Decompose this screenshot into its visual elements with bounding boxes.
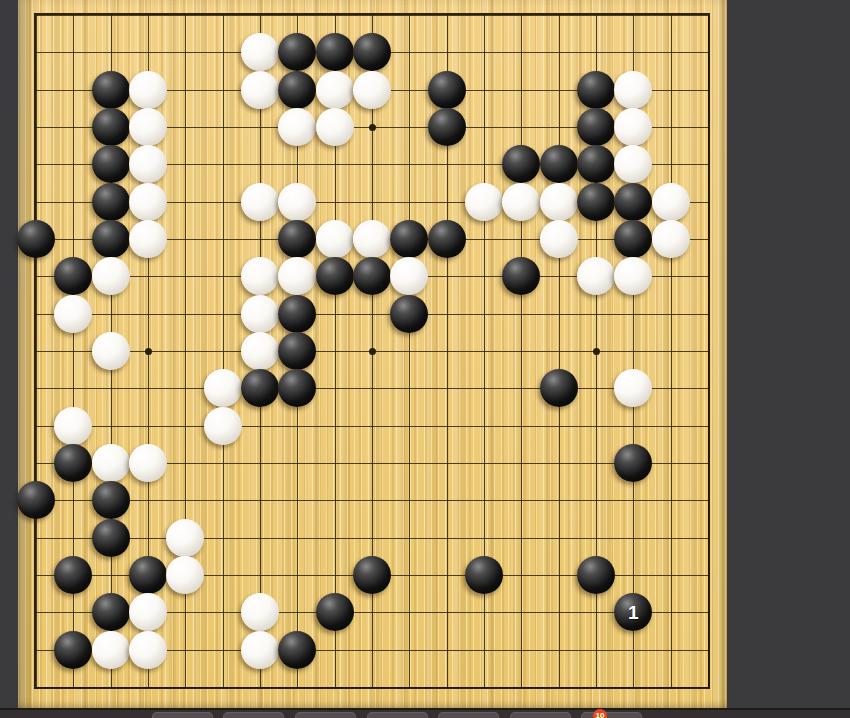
white-stone: [652, 183, 690, 221]
black-stone: [390, 295, 428, 333]
toolbar-button[interactable]: [367, 712, 428, 718]
black-stone: [278, 295, 316, 333]
white-stone: [54, 295, 92, 333]
black-stone: [540, 369, 578, 407]
black-stone: [428, 108, 466, 146]
white-stone: [241, 71, 279, 109]
black-stone: [577, 108, 615, 146]
black-stone: [428, 220, 466, 258]
white-stone: [129, 631, 167, 669]
white-stone: [241, 631, 279, 669]
star-point: [593, 348, 600, 355]
white-stone: [204, 407, 242, 445]
star-point: [369, 124, 376, 131]
black-stone: [92, 220, 130, 258]
white-stone: [92, 257, 130, 295]
star-point: [369, 348, 376, 355]
white-stone: [129, 220, 167, 258]
black-stone: [577, 71, 615, 109]
white-stone: [129, 71, 167, 109]
black-stone: [465, 556, 503, 594]
black-stone: [316, 33, 354, 71]
white-stone: [540, 220, 578, 258]
white-stone: [54, 407, 92, 445]
white-stone: [129, 444, 167, 482]
white-stone: [92, 631, 130, 669]
toolbar-button[interactable]: [438, 712, 499, 718]
black-stone: [17, 220, 55, 258]
notification-badge: 10: [593, 709, 607, 718]
black-stone: [428, 71, 466, 109]
white-stone: [316, 71, 354, 109]
black-stone: [316, 593, 354, 631]
white-stone: [92, 332, 130, 370]
black-stone: [92, 183, 130, 221]
white-stone: [353, 71, 391, 109]
star-point: [145, 348, 152, 355]
go-board[interactable]: 1: [18, 0, 727, 708]
black-stone: [577, 183, 615, 221]
black-stone: [54, 631, 92, 669]
black-stone: [614, 183, 652, 221]
white-stone: [129, 183, 167, 221]
black-stone: [92, 108, 130, 146]
toolbar-button[interactable]: [152, 712, 213, 718]
black-stone: [129, 556, 167, 594]
black-stone: [316, 257, 354, 295]
black-stone: [92, 481, 130, 519]
white-stone: [241, 332, 279, 370]
toolbar-button[interactable]: [581, 712, 642, 718]
black-stone: [92, 71, 130, 109]
toolbar-button[interactable]: [510, 712, 571, 718]
white-stone: [278, 183, 316, 221]
white-stone: [92, 444, 130, 482]
black-stone: [278, 631, 316, 669]
white-stone: [540, 183, 578, 221]
white-stone: [353, 220, 391, 258]
white-stone: [241, 295, 279, 333]
white-stone: [316, 220, 354, 258]
black-stone: [540, 145, 578, 183]
move-number-label: 1: [628, 603, 639, 622]
white-stone: [465, 183, 503, 221]
toolbar-button[interactable]: [223, 712, 284, 718]
black-stone: [353, 556, 391, 594]
white-stone: [614, 71, 652, 109]
white-stone: [204, 369, 242, 407]
black-stone: [92, 593, 130, 631]
toolbar-button[interactable]: [295, 712, 356, 718]
white-stone: [316, 108, 354, 146]
black-stone: [92, 519, 130, 557]
black-stone: [92, 145, 130, 183]
white-stone: [166, 519, 204, 557]
white-stone: [502, 183, 540, 221]
white-stone: [241, 183, 279, 221]
white-stone: [129, 108, 167, 146]
app-window: 1 10: [0, 0, 850, 718]
black-stone: [577, 556, 615, 594]
black-stone: [278, 71, 316, 109]
white-stone: [652, 220, 690, 258]
